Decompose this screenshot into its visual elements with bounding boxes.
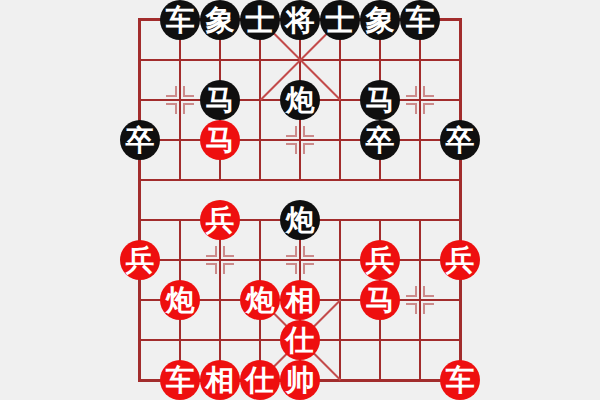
marker-bracket: [303, 263, 314, 274]
piece-red-general[interactable]: 帅: [280, 360, 320, 400]
marker-bracket: [286, 263, 297, 274]
piece-black-rook[interactable]: 车: [400, 0, 440, 40]
piece-black-horse[interactable]: 马: [200, 80, 240, 120]
piece-red-advisor[interactable]: 仕: [280, 320, 320, 360]
piece-red-elephant[interactable]: 相: [200, 360, 240, 400]
marker-bracket: [406, 103, 417, 114]
piece-red-elephant[interactable]: 相: [280, 280, 320, 320]
marker-bracket: [223, 246, 234, 257]
marker-bracket: [166, 103, 177, 114]
piece-black-advisor[interactable]: 士: [240, 0, 280, 40]
point-marker: [285, 125, 315, 155]
marker-bracket: [286, 126, 297, 137]
piece-black-pawn[interactable]: 卒: [360, 120, 400, 160]
marker-bracket: [183, 103, 194, 114]
point-marker: [165, 85, 195, 115]
marker-bracket: [183, 86, 194, 97]
piece-black-elephant[interactable]: 象: [200, 0, 240, 40]
marker-bracket: [423, 103, 434, 114]
marker-bracket: [206, 263, 217, 274]
marker-bracket: [406, 86, 417, 97]
xiangqi-app: 车象士将士象车马炮马卒马卒卒兵炮兵兵兵炮炮相马仕车相仕帅车: [0, 0, 600, 400]
piece-red-cannon[interactable]: 炮: [160, 280, 200, 320]
piece-red-advisor[interactable]: 仕: [240, 360, 280, 400]
marker-bracket: [406, 303, 417, 314]
piece-black-cannon[interactable]: 炮: [280, 80, 320, 120]
piece-black-pawn[interactable]: 卒: [440, 120, 480, 160]
piece-red-horse[interactable]: 马: [360, 280, 400, 320]
marker-bracket: [206, 246, 217, 257]
point-marker: [205, 245, 235, 275]
piece-red-rook[interactable]: 车: [440, 360, 480, 400]
grid-vline: [219, 220, 221, 380]
piece-red-pawn[interactable]: 兵: [120, 240, 160, 280]
marker-bracket: [423, 303, 434, 314]
piece-black-horse[interactable]: 马: [360, 80, 400, 120]
marker-bracket: [423, 286, 434, 297]
piece-red-rook[interactable]: 车: [160, 360, 200, 400]
point-marker: [405, 285, 435, 315]
piece-black-elephant[interactable]: 象: [360, 0, 400, 40]
piece-red-cannon[interactable]: 炮: [240, 280, 280, 320]
marker-bracket: [286, 246, 297, 257]
marker-bracket: [286, 143, 297, 154]
piece-red-pawn[interactable]: 兵: [440, 240, 480, 280]
point-marker: [285, 245, 315, 275]
piece-black-rook[interactable]: 车: [160, 0, 200, 40]
marker-bracket: [406, 286, 417, 297]
piece-red-horse[interactable]: 马: [200, 120, 240, 160]
point-marker: [405, 85, 435, 115]
piece-black-general[interactable]: 将: [280, 0, 320, 40]
marker-bracket: [303, 126, 314, 137]
marker-bracket: [423, 86, 434, 97]
piece-black-advisor[interactable]: 士: [320, 0, 360, 40]
marker-bracket: [223, 263, 234, 274]
marker-bracket: [303, 246, 314, 257]
piece-black-cannon[interactable]: 炮: [280, 200, 320, 240]
marker-bracket: [303, 143, 314, 154]
piece-red-pawn[interactable]: 兵: [200, 200, 240, 240]
piece-black-pawn[interactable]: 卒: [120, 120, 160, 160]
piece-red-pawn[interactable]: 兵: [360, 240, 400, 280]
marker-bracket: [166, 86, 177, 97]
